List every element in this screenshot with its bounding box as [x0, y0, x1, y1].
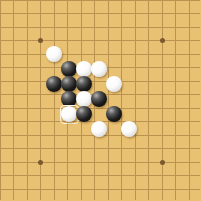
grid-cell — [148, 108, 162, 122]
grid-cell — [135, 94, 149, 108]
white-stone — [106, 76, 122, 92]
grid-cell — [162, 94, 176, 108]
grid-cell — [81, 148, 95, 162]
black-stone — [76, 76, 92, 92]
grid-cell — [40, 135, 54, 149]
grid-cell — [175, 135, 189, 149]
grid-cell — [13, 162, 27, 176]
grid-cell — [189, 162, 201, 176]
grid-cell — [40, 13, 54, 27]
grid-cell — [148, 0, 162, 13]
white-stone — [46, 46, 62, 62]
grid-cell — [135, 13, 149, 27]
grid-cell — [40, 94, 54, 108]
grid-cell — [67, 0, 81, 13]
grid-cell — [0, 94, 13, 108]
grid-cell — [40, 175, 54, 189]
grid-cell — [189, 13, 201, 27]
grid-cell — [135, 67, 149, 81]
grid-cell — [121, 189, 135, 201]
grid-cell — [67, 27, 81, 41]
grid-cell — [108, 135, 122, 149]
grid-cell — [81, 189, 95, 201]
grid-cell — [13, 27, 27, 41]
grid-cell — [175, 108, 189, 122]
gomoku-app — [0, 0, 200, 200]
grid-cell — [189, 0, 201, 13]
grid-cell — [94, 175, 108, 189]
grid-cell — [0, 0, 13, 13]
grid-cell — [67, 175, 81, 189]
grid-cell — [189, 67, 201, 81]
white-stone — [76, 61, 92, 77]
star-point — [160, 160, 165, 165]
black-stone — [106, 106, 122, 122]
grid-cell — [175, 0, 189, 13]
grid-cell — [40, 108, 54, 122]
grid-cell — [13, 135, 27, 149]
grid-cell — [0, 189, 13, 201]
grid-cell — [13, 189, 27, 201]
grid-cell — [135, 54, 149, 68]
grid-cell — [108, 121, 122, 135]
grid-cell — [40, 0, 54, 13]
grid-cell — [0, 135, 13, 149]
grid-cell — [13, 108, 27, 122]
grid-cell — [54, 162, 68, 176]
grid-cell — [175, 121, 189, 135]
grid-cell — [108, 162, 122, 176]
gomoku-board[interactable] — [0, 0, 200, 200]
grid-cell — [54, 148, 68, 162]
grid-cell — [13, 0, 27, 13]
white-stone — [91, 61, 107, 77]
grid-cell — [148, 67, 162, 81]
grid-cell — [175, 67, 189, 81]
grid-cell — [175, 13, 189, 27]
grid-cell — [175, 175, 189, 189]
grid-cell — [81, 162, 95, 176]
grid-cell — [162, 175, 176, 189]
grid-cell — [27, 108, 41, 122]
grid-cell — [148, 27, 162, 41]
grid-cell — [81, 13, 95, 27]
grid-cell — [0, 54, 13, 68]
grid-cell — [81, 135, 95, 149]
grid-cell — [94, 0, 108, 13]
grid-cell — [54, 135, 68, 149]
grid-cell — [108, 13, 122, 27]
grid-cell — [148, 189, 162, 201]
grid-cell — [27, 148, 41, 162]
black-stone — [91, 91, 107, 107]
grid-cell — [108, 40, 122, 54]
star-point — [38, 160, 43, 165]
grid-cell — [148, 94, 162, 108]
grid-cell — [0, 121, 13, 135]
grid-cell — [121, 27, 135, 41]
grid-cell — [108, 175, 122, 189]
grid-cell — [135, 189, 149, 201]
grid-cell — [189, 175, 201, 189]
grid-cell — [135, 27, 149, 41]
white-stone — [121, 121, 137, 137]
grid-cell — [162, 0, 176, 13]
grid-cell — [121, 0, 135, 13]
grid-cell — [0, 175, 13, 189]
grid-cell — [189, 81, 201, 95]
grid-cell — [148, 81, 162, 95]
grid-cell — [135, 135, 149, 149]
grid-cell — [175, 148, 189, 162]
grid-cell — [162, 121, 176, 135]
grid-cell — [175, 81, 189, 95]
grid-cell — [13, 94, 27, 108]
grid-cell — [27, 94, 41, 108]
grid-cell — [121, 148, 135, 162]
grid-cell — [162, 67, 176, 81]
grid-cell — [135, 81, 149, 95]
grid-cell — [54, 175, 68, 189]
grid-cell — [81, 27, 95, 41]
grid-cell — [27, 175, 41, 189]
grid-cell — [175, 189, 189, 201]
grid-cell — [54, 27, 68, 41]
grid-cell — [189, 121, 201, 135]
grid-cell — [0, 67, 13, 81]
grid-cell — [135, 175, 149, 189]
grid-cell — [108, 27, 122, 41]
grid-cell — [148, 135, 162, 149]
grid-cell — [94, 27, 108, 41]
grid-cell — [13, 54, 27, 68]
grid-cell — [81, 0, 95, 13]
grid-cell — [162, 108, 176, 122]
grid-cell — [27, 67, 41, 81]
grid-cell — [189, 54, 201, 68]
grid-cell — [40, 148, 54, 162]
grid-cell — [108, 54, 122, 68]
grid-cell — [27, 121, 41, 135]
grid-cell — [54, 189, 68, 201]
grid-cell — [108, 0, 122, 13]
grid-cell — [67, 40, 81, 54]
grid-cell — [27, 135, 41, 149]
grid-cell — [54, 13, 68, 27]
grid-cell — [0, 13, 13, 27]
grid-cell — [175, 162, 189, 176]
grid-cell — [135, 162, 149, 176]
grid-cell — [108, 189, 122, 201]
grid-cell — [27, 13, 41, 27]
grid-cell — [148, 54, 162, 68]
grid-cell — [121, 108, 135, 122]
grid-cell — [13, 121, 27, 135]
grid-cell — [121, 175, 135, 189]
white-stone — [61, 106, 77, 122]
black-stone — [61, 76, 77, 92]
grid-cell — [94, 148, 108, 162]
grid-cell — [162, 135, 176, 149]
grid-cell — [189, 94, 201, 108]
grid-cell — [162, 13, 176, 27]
star-point — [38, 38, 43, 43]
grid-cell — [13, 40, 27, 54]
grid-cell — [148, 148, 162, 162]
grid-cell — [148, 40, 162, 54]
grid-cell — [94, 162, 108, 176]
grid-cell — [67, 148, 81, 162]
grid-cell — [121, 67, 135, 81]
grid-cell — [0, 148, 13, 162]
grid-cell — [0, 40, 13, 54]
grid-cell — [189, 135, 201, 149]
grid-cell — [135, 0, 149, 13]
grid-cell — [135, 40, 149, 54]
grid-cell — [67, 13, 81, 27]
grid-cell — [121, 94, 135, 108]
grid-cell — [67, 189, 81, 201]
grid-cell — [40, 189, 54, 201]
grid-cell — [13, 81, 27, 95]
grid-cell — [67, 135, 81, 149]
grid-cell — [162, 189, 176, 201]
grid-cell — [148, 121, 162, 135]
grid-cell — [121, 81, 135, 95]
grid-cell — [121, 13, 135, 27]
grid-cell — [189, 148, 201, 162]
grid-cell — [27, 54, 41, 68]
grid-cell — [121, 40, 135, 54]
grid-cell — [121, 54, 135, 68]
grid-cell — [94, 40, 108, 54]
grid-cell — [175, 94, 189, 108]
grid-cell — [0, 27, 13, 41]
grid-cell — [189, 40, 201, 54]
white-stone — [91, 121, 107, 137]
grid-cell — [0, 81, 13, 95]
grid-cell — [148, 13, 162, 27]
grid-cell — [175, 54, 189, 68]
grid-cell — [148, 175, 162, 189]
grid-cell — [94, 13, 108, 27]
grid-cell — [40, 121, 54, 135]
grid-cell — [189, 189, 201, 201]
grid-cell — [0, 162, 13, 176]
grid-cell — [27, 81, 41, 95]
black-stone — [61, 61, 77, 77]
grid-cell — [81, 40, 95, 54]
grid-cell — [13, 13, 27, 27]
grid-cell — [27, 189, 41, 201]
grid-cell — [0, 108, 13, 122]
grid-cell — [13, 67, 27, 81]
grid-cell — [81, 175, 95, 189]
grid-cell — [189, 27, 201, 41]
grid-cell — [121, 162, 135, 176]
grid-cell — [108, 148, 122, 162]
star-point — [160, 38, 165, 43]
grid-cell — [189, 108, 201, 122]
black-stone — [46, 76, 62, 92]
grid-cell — [13, 175, 27, 189]
grid-cell — [162, 81, 176, 95]
grid-cell — [162, 54, 176, 68]
grid-cell — [67, 162, 81, 176]
grid-cell — [54, 0, 68, 13]
grid-cell — [175, 40, 189, 54]
grid-cell — [13, 148, 27, 162]
grid-cell — [175, 27, 189, 41]
grid-cell — [135, 148, 149, 162]
grid-cell — [94, 189, 108, 201]
grid-cell — [135, 108, 149, 122]
white-stone — [76, 91, 92, 107]
grid-cell — [27, 0, 41, 13]
black-stone — [76, 106, 92, 122]
